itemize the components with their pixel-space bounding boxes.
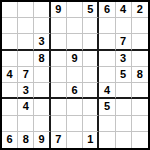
cell-r6c1-empty[interactable] bbox=[2, 83, 18, 99]
cell-r8c8-empty[interactable] bbox=[116, 116, 132, 132]
cell-r5c1-given-4[interactable]: 4 bbox=[2, 67, 18, 83]
cell-r1c4-given-9[interactable]: 9 bbox=[51, 2, 67, 18]
cell-r5c2-given-7[interactable]: 7 bbox=[18, 67, 34, 83]
cell-r4c5-given-9[interactable]: 9 bbox=[67, 51, 83, 67]
cell-r8c9-empty[interactable] bbox=[132, 116, 148, 132]
cell-r1c9-given-2[interactable]: 2 bbox=[132, 2, 148, 18]
cell-r7c2-given-4[interactable]: 4 bbox=[18, 99, 34, 115]
cell-r5c5-empty[interactable] bbox=[67, 67, 83, 83]
cell-r9c3-given-9[interactable]: 9 bbox=[34, 132, 50, 148]
cell-r8c4-empty[interactable] bbox=[51, 116, 67, 132]
cell-r8c1-empty[interactable] bbox=[2, 116, 18, 132]
cell-r8c7-empty[interactable] bbox=[99, 116, 115, 132]
cell-r4c7-empty[interactable] bbox=[99, 51, 115, 67]
cell-r1c7-given-6[interactable]: 6 bbox=[99, 2, 115, 18]
cell-r1c2-empty[interactable] bbox=[18, 2, 34, 18]
cell-r3c1-empty[interactable] bbox=[2, 34, 18, 50]
cell-r7c4-empty[interactable] bbox=[51, 99, 67, 115]
cell-r7c3-empty[interactable] bbox=[34, 99, 50, 115]
cell-r3c6-empty[interactable] bbox=[83, 34, 99, 50]
cell-r2c5-empty[interactable] bbox=[67, 18, 83, 34]
cell-r3c2-empty[interactable] bbox=[18, 34, 34, 50]
cell-r2c6-empty[interactable] bbox=[83, 18, 99, 34]
cell-r6c4-empty[interactable] bbox=[51, 83, 67, 99]
cell-r4c9-empty[interactable] bbox=[132, 51, 148, 67]
cell-r3c4-empty[interactable] bbox=[51, 34, 67, 50]
cell-r3c3-given-3[interactable]: 3 bbox=[34, 34, 50, 50]
cell-r8c6-empty[interactable] bbox=[83, 116, 99, 132]
cell-r9c6-given-1[interactable]: 1 bbox=[83, 132, 99, 148]
cell-r3c7-empty[interactable] bbox=[99, 34, 115, 50]
cell-r6c6-empty[interactable] bbox=[83, 83, 99, 99]
cell-r9c1-given-6[interactable]: 6 bbox=[2, 132, 18, 148]
cell-r6c5-given-6[interactable]: 6 bbox=[67, 83, 83, 99]
cell-r1c3-empty[interactable] bbox=[34, 2, 50, 18]
cell-r5c8-given-5[interactable]: 5 bbox=[116, 67, 132, 83]
cell-r2c9-empty[interactable] bbox=[132, 18, 148, 34]
cell-r2c4-empty[interactable] bbox=[51, 18, 67, 34]
cell-r9c9-empty[interactable] bbox=[132, 132, 148, 148]
cell-r9c8-empty[interactable] bbox=[116, 132, 132, 148]
cell-r4c6-empty[interactable] bbox=[83, 51, 99, 67]
cell-r8c3-empty[interactable] bbox=[34, 116, 50, 132]
cell-r2c8-empty[interactable] bbox=[116, 18, 132, 34]
cell-r7c8-empty[interactable] bbox=[116, 99, 132, 115]
cell-r4c1-empty[interactable] bbox=[2, 51, 18, 67]
cell-r2c3-empty[interactable] bbox=[34, 18, 50, 34]
cell-r7c7-given-5[interactable]: 5 bbox=[99, 99, 115, 115]
cell-r2c7-empty[interactable] bbox=[99, 18, 115, 34]
cell-r8c5-empty[interactable] bbox=[67, 116, 83, 132]
cell-r6c3-empty[interactable] bbox=[34, 83, 50, 99]
cell-r7c9-empty[interactable] bbox=[132, 99, 148, 115]
cell-r9c4-given-7[interactable]: 7 bbox=[51, 132, 67, 148]
sudoku-puzzle: 956423789347583644568971 bbox=[0, 0, 150, 150]
cell-r4c8-given-3[interactable]: 3 bbox=[116, 51, 132, 67]
cell-r1c8-given-4[interactable]: 4 bbox=[116, 2, 132, 18]
cell-r3c9-empty[interactable] bbox=[132, 34, 148, 50]
cell-r9c2-given-8[interactable]: 8 bbox=[18, 132, 34, 148]
cell-r4c4-empty[interactable] bbox=[51, 51, 67, 67]
cell-r1c1-empty[interactable] bbox=[2, 2, 18, 18]
cell-r2c1-empty[interactable] bbox=[2, 18, 18, 34]
cell-r7c6-empty[interactable] bbox=[83, 99, 99, 115]
cell-r4c2-empty[interactable] bbox=[18, 51, 34, 67]
cell-r7c5-empty[interactable] bbox=[67, 99, 83, 115]
sudoku-board: 956423789347583644568971 bbox=[0, 0, 150, 150]
cell-r3c8-given-7[interactable]: 7 bbox=[116, 34, 132, 50]
cell-r6c2-given-3[interactable]: 3 bbox=[18, 83, 34, 99]
cell-r9c5-empty[interactable] bbox=[67, 132, 83, 148]
cell-r3c5-empty[interactable] bbox=[67, 34, 83, 50]
cell-r2c2-empty[interactable] bbox=[18, 18, 34, 34]
cell-r1c6-given-5[interactable]: 5 bbox=[83, 2, 99, 18]
cell-r6c7-given-4[interactable]: 4 bbox=[99, 83, 115, 99]
cell-r1c5-empty[interactable] bbox=[67, 2, 83, 18]
cell-r8c2-empty[interactable] bbox=[18, 116, 34, 132]
cell-r6c8-empty[interactable] bbox=[116, 83, 132, 99]
cell-r5c6-empty[interactable] bbox=[83, 67, 99, 83]
cell-r6c9-empty[interactable] bbox=[132, 83, 148, 99]
cell-r5c7-empty[interactable] bbox=[99, 67, 115, 83]
cell-r5c9-given-8[interactable]: 8 bbox=[132, 67, 148, 83]
cell-r5c3-empty[interactable] bbox=[34, 67, 50, 83]
cell-r7c1-empty[interactable] bbox=[2, 99, 18, 115]
cell-r9c7-empty[interactable] bbox=[99, 132, 115, 148]
cell-r4c3-given-8[interactable]: 8 bbox=[34, 51, 50, 67]
cell-r5c4-empty[interactable] bbox=[51, 67, 67, 83]
